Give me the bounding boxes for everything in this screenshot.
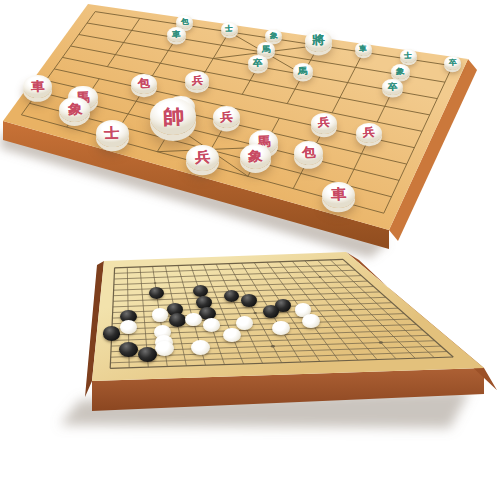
go-star-point <box>319 276 322 278</box>
go-stone-white[interactable] <box>302 314 320 328</box>
go-star-point <box>271 345 275 348</box>
go-stone-black[interactable] <box>169 313 186 327</box>
go-stone-black[interactable] <box>263 305 280 318</box>
go-board-graphic <box>0 0 500 500</box>
go-stone-white[interactable] <box>155 341 174 356</box>
go-star-point <box>236 279 239 281</box>
go-stone-white[interactable] <box>272 321 290 335</box>
go-star-point <box>349 309 352 311</box>
go-star-point <box>254 312 257 314</box>
go-stone-black[interactable] <box>103 326 121 340</box>
go-stone-black[interactable] <box>138 347 157 362</box>
go-star-point <box>379 341 383 344</box>
go-star-point <box>154 282 157 284</box>
product-photo-scene: 包士象將車士卒車馬象卒馬卒兵包兵兵士兵車馬帥馬包象象士兵車 <box>0 0 500 500</box>
go-stone-white[interactable] <box>152 308 169 321</box>
go-stone-white[interactable] <box>203 318 221 332</box>
go-stone-white[interactable] <box>191 340 210 355</box>
go-stone-white[interactable] <box>185 313 202 327</box>
